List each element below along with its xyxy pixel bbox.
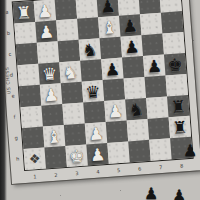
square-d6[interactable]	[122, 56, 144, 78]
square-a6[interactable]	[117, 0, 139, 16]
chess-board: US CHESS ❖♜♟♟♛♟♝♞♚♟♟♝♟♟♟♟♞♛♟♟♞♚♜♜ abcdef…	[0, 0, 200, 184]
square-e3[interactable]	[61, 82, 83, 104]
corner-ornament-icon: ❖	[24, 148, 46, 170]
square-g6[interactable]	[127, 119, 149, 141]
rank-label-8: 8	[171, 160, 193, 172]
square-f1[interactable]	[20, 106, 42, 128]
square-d4[interactable]	[80, 59, 102, 81]
board-grid: ❖♜♟♟♛♟♝♞♚♟♟♝♟♟♟♟♞♛♟♟♞♚♜♜	[12, 0, 194, 171]
square-h5[interactable]	[107, 141, 129, 163]
rank-label-3: 3	[66, 167, 88, 179]
piece-black-pawn-b6[interactable]: ♟	[119, 14, 141, 36]
file-label-g: g	[11, 127, 22, 149]
table-edge-shadow	[0, 0, 7, 200]
captured-piece-3: ♟	[183, 143, 197, 159]
square-g7[interactable]	[148, 117, 170, 139]
piece-white-pawn-g4[interactable]: ♟	[85, 122, 107, 144]
piece-black-rook-g8[interactable]: ♜	[169, 116, 191, 138]
file-label-d: d	[6, 64, 17, 86]
square-c3[interactable]	[58, 40, 80, 62]
piece-white-pawn-a2[interactable]: ♟	[34, 0, 56, 22]
square-f3[interactable]	[62, 103, 84, 125]
square-c1[interactable]	[16, 43, 38, 65]
piece-black-pawn-a5[interactable]: ♟	[97, 0, 119, 17]
piece-black-pawn-d7[interactable]: ♟	[143, 55, 165, 77]
square-d1[interactable]	[17, 64, 39, 86]
square-b4[interactable]	[77, 17, 99, 39]
square-b7[interactable]	[140, 13, 162, 35]
square-a3[interactable]	[55, 0, 77, 20]
piece-white-bishop-b5[interactable]: ♝	[98, 16, 120, 38]
square-h7[interactable]	[149, 138, 171, 160]
piece-white-king-h3[interactable]: ♚	[65, 144, 87, 166]
square-b3[interactable]	[56, 19, 78, 41]
piece-white-queen-d2[interactable]: ♛	[38, 62, 60, 84]
piece-black-queen-e4[interactable]: ♛	[82, 80, 104, 102]
rank-label-2: 2	[45, 169, 67, 181]
file-label-e: e	[8, 85, 19, 107]
piece-white-rook-a1[interactable]: ♜	[13, 1, 35, 23]
piece-black-knight-f6[interactable]: ♞	[125, 98, 147, 120]
square-c8[interactable]	[162, 32, 184, 54]
square-c5[interactable]	[100, 37, 122, 59]
piece-white-pawn-b2[interactable]: ♟	[35, 20, 57, 42]
square-g3[interactable]	[64, 124, 86, 146]
rank-label-7: 7	[150, 161, 172, 173]
square-h2[interactable]	[44, 146, 66, 168]
rank-label-4: 4	[87, 166, 109, 178]
square-c7[interactable]	[141, 34, 163, 56]
rank-label-1: 1	[24, 171, 46, 183]
file-label-f: f	[9, 106, 20, 128]
square-e8[interactable]	[166, 74, 188, 96]
square-e1[interactable]	[19, 85, 41, 107]
square-e7[interactable]	[145, 75, 167, 97]
piece-black-knight-c4[interactable]: ♞	[79, 38, 101, 60]
piece-white-pawn-h4[interactable]: ♟	[86, 143, 108, 165]
square-e5[interactable]	[103, 79, 125, 101]
square-e6[interactable]	[124, 77, 146, 99]
square-b8[interactable]	[161, 11, 183, 33]
square-h6[interactable]	[128, 140, 150, 162]
piece-black-pawn-c6[interactable]: ♟	[121, 35, 143, 57]
square-f7[interactable]	[146, 96, 168, 118]
square-b1[interactable]	[14, 22, 36, 44]
piece-white-pawn-f5[interactable]: ♟	[104, 100, 126, 122]
square-f4[interactable]	[83, 101, 105, 123]
rank-label-6: 6	[129, 163, 151, 175]
square-f2[interactable]	[41, 104, 63, 126]
rank-label-5: 5	[108, 164, 130, 176]
file-label-h: h	[12, 148, 23, 170]
captured-piece-2: ♟	[172, 188, 186, 200]
piece-black-king-d8[interactable]: ♚	[164, 53, 186, 75]
piece-black-rook-f8[interactable]: ♜	[167, 95, 189, 117]
piece-black-pawn-d5[interactable]: ♟	[101, 58, 123, 80]
captured-piece-1: ♟	[144, 186, 158, 200]
chessboard-photo: US CHESS ❖♜♟♟♛♟♝♞♚♟♟♝♟♟♟♟♞♛♟♟♞♚♜♜ abcdef…	[0, 0, 200, 200]
square-g5[interactable]	[106, 120, 128, 142]
square-a4[interactable]	[76, 0, 98, 19]
piece-white-knight-d3[interactable]: ♞	[59, 61, 81, 83]
piece-white-bishop-g2[interactable]: ♝	[43, 125, 65, 147]
square-c2[interactable]	[37, 41, 59, 63]
square-g1[interactable]	[22, 127, 44, 149]
piece-white-pawn-e2[interactable]: ♟	[40, 83, 62, 105]
